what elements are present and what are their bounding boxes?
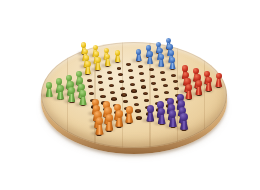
board-hole[interactable] [150, 75, 155, 78]
peg-body [125, 113, 133, 123]
peg-body [136, 54, 142, 62]
board-hole[interactable] [121, 93, 126, 96]
peg-head [83, 49, 88, 55]
peg-purple[interactable] [146, 105, 155, 122]
peg-head [126, 106, 133, 114]
peg-head [96, 117, 104, 125]
peg-head [46, 82, 52, 89]
peg-body [57, 90, 64, 99]
peg-blue[interactable] [169, 57, 176, 70]
board-hole[interactable] [160, 71, 165, 74]
peg-green[interactable] [79, 90, 87, 105]
peg-body [79, 96, 86, 105]
board-hole[interactable] [117, 67, 122, 70]
peg-body [147, 56, 153, 64]
board-hole[interactable] [131, 89, 136, 92]
peg-head [84, 55, 90, 61]
board-hole[interactable] [87, 79, 92, 82]
peg-head [106, 114, 113, 122]
peg-head [85, 61, 91, 67]
peg-orange[interactable] [95, 117, 104, 134]
peg-head [115, 50, 120, 56]
board-hole[interactable] [151, 82, 156, 85]
board-hole[interactable] [149, 68, 154, 71]
board-hole[interactable] [126, 63, 131, 66]
peg-body [68, 93, 75, 102]
peg-head [170, 57, 176, 63]
peg-red[interactable] [205, 77, 212, 91]
board-hole[interactable] [164, 91, 169, 94]
peg-head [169, 50, 174, 56]
peg-purple[interactable] [169, 110, 178, 127]
peg-head [216, 73, 222, 79]
peg-head [94, 51, 99, 57]
peg-red[interactable] [195, 80, 203, 95]
peg-body [195, 86, 202, 95]
peg-head [156, 42, 161, 47]
peg-yellow[interactable] [114, 50, 120, 62]
peg-head [136, 49, 141, 55]
peg-head [186, 84, 192, 91]
peg-purple[interactable] [180, 113, 189, 130]
peg-yellow[interactable] [104, 54, 111, 67]
peg-yellow[interactable] [84, 61, 91, 74]
board-hole[interactable] [100, 95, 105, 98]
peg-orange[interactable] [125, 106, 134, 123]
peg-head [169, 110, 176, 118]
peg-red[interactable] [215, 73, 222, 87]
peg-head [95, 57, 101, 63]
peg-body [46, 88, 53, 97]
peg-head [81, 42, 86, 47]
product-photo-scene [0, 0, 260, 190]
peg-head [196, 80, 202, 87]
peg-blue[interactable] [158, 54, 165, 67]
peg-head [147, 51, 152, 57]
peg-body [158, 59, 164, 67]
peg-body [115, 55, 121, 63]
board-hole[interactable] [107, 71, 112, 74]
board-hole[interactable] [140, 79, 145, 82]
peg-body [215, 78, 222, 87]
board-hole[interactable] [161, 78, 166, 81]
peg-green[interactable] [45, 82, 53, 97]
peg-body [169, 117, 177, 127]
peg-purple[interactable] [157, 108, 166, 125]
peg-head [105, 54, 110, 60]
board-hole[interactable] [135, 109, 141, 113]
peg-head [180, 113, 187, 121]
peg-body [205, 82, 212, 91]
peg-green[interactable] [57, 85, 65, 100]
board-hole[interactable] [141, 85, 146, 88]
peg-head [206, 77, 212, 84]
peg-head [93, 45, 98, 51]
peg-red[interactable] [185, 84, 193, 99]
peg-blue[interactable] [136, 49, 142, 61]
peg-orange[interactable] [115, 110, 124, 127]
peg-yellow[interactable] [94, 57, 101, 70]
peg-head [158, 108, 165, 116]
peg-body [185, 90, 192, 99]
peg-blue[interactable] [147, 51, 153, 64]
peg-head [68, 87, 75, 94]
peg-head [80, 90, 87, 97]
peg-body [115, 116, 123, 126]
peg-orange[interactable] [105, 114, 114, 131]
peg-body [95, 124, 103, 135]
board-hole[interactable] [97, 75, 102, 78]
board-hole[interactable] [111, 97, 117, 100]
peg-body [105, 120, 113, 131]
board-hole[interactable] [130, 83, 135, 86]
peg-head [57, 85, 63, 92]
peg-body [158, 114, 166, 124]
peg-body [180, 119, 188, 130]
peg-body [85, 66, 91, 74]
peg-body [146, 111, 154, 121]
peg-head [159, 54, 164, 60]
peg-body [169, 62, 175, 70]
peg-body [105, 58, 111, 66]
peg-head [166, 38, 171, 43]
peg-body [95, 62, 101, 70]
board-hole[interactable] [136, 116, 142, 120]
board-hole[interactable] [171, 74, 176, 77]
peg-head [116, 110, 123, 118]
peg-head [157, 48, 162, 54]
board-hole[interactable] [110, 91, 115, 94]
peg-head [147, 105, 154, 113]
peg-green[interactable] [68, 87, 76, 102]
peg-head [104, 48, 109, 54]
peg-head [146, 45, 151, 51]
peg-head [167, 44, 172, 49]
